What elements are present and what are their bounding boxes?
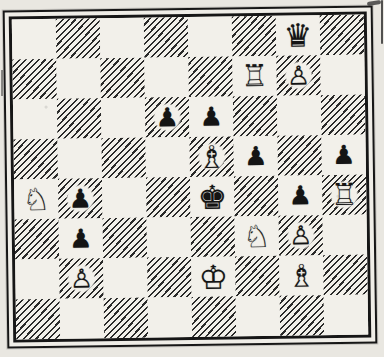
square-f1 [236, 296, 281, 337]
square-d1 [148, 297, 193, 338]
square-e3 [191, 216, 236, 257]
square-e8 [188, 16, 233, 57]
square-a7 [12, 59, 57, 100]
square-e6: ♟ [189, 96, 234, 137]
white-bishop: ♗ [282, 256, 321, 295]
square-b4: ♟ [58, 178, 103, 219]
black-pawn: ♟ [281, 176, 320, 215]
square-d5 [145, 137, 190, 178]
square-f4 [234, 176, 279, 217]
square-h4: ♖ [322, 175, 367, 216]
square-b8 [56, 18, 101, 59]
scanned-page: ♛♖♙♟♟♗♟♟♘♟♚♟♖♟♘♙♙♔♗ [0, 0, 384, 357]
square-b3: ♟ [59, 218, 104, 259]
square-a4: ♘ [14, 179, 59, 220]
square-b5 [57, 138, 102, 179]
square-c1 [104, 298, 149, 339]
white-pawn: ♙ [279, 56, 318, 95]
square-b1 [60, 298, 105, 339]
square-g2: ♗ [279, 255, 324, 296]
square-c7 [100, 58, 145, 99]
square-h3 [323, 215, 368, 256]
square-c8 [100, 18, 145, 59]
scan-artifact [381, 0, 383, 44]
square-b2: ♙ [59, 258, 104, 299]
square-f7: ♖ [232, 56, 277, 97]
square-g7: ♙ [276, 55, 321, 96]
square-c4 [102, 178, 147, 219]
square-a5 [13, 139, 58, 180]
black-pawn: ♟ [62, 219, 101, 258]
square-h6 [321, 95, 366, 136]
square-e5: ♗ [189, 136, 234, 177]
square-d3 [147, 217, 192, 258]
square-c6 [101, 98, 146, 139]
square-a2 [15, 259, 60, 300]
square-a1 [16, 299, 61, 340]
square-d2 [147, 257, 192, 298]
chess-diagram-frame: ♛♖♙♟♟♗♟♟♘♟♚♟♖♟♘♙♙♔♗ [3, 5, 378, 348]
square-c2 [103, 258, 148, 299]
white-rook: ♖ [325, 176, 364, 215]
square-a3 [15, 219, 60, 260]
square-e7 [188, 56, 233, 97]
square-g3: ♙ [279, 215, 324, 256]
black-pawn: ♟ [61, 179, 100, 218]
square-h5: ♟ [321, 135, 366, 176]
square-b7 [56, 58, 101, 99]
white-king: ♔ [194, 257, 233, 296]
white-knight: ♘ [17, 180, 56, 219]
square-b6 [57, 98, 102, 139]
white-pawn: ♙ [282, 216, 321, 255]
square-a8 [12, 19, 57, 60]
square-g4: ♟ [278, 175, 323, 216]
white-knight: ♘ [238, 217, 277, 256]
square-h1 [324, 295, 369, 336]
square-h7 [320, 55, 365, 96]
black-king: ♚ [193, 177, 232, 216]
square-f6 [233, 96, 278, 137]
square-h2 [323, 255, 368, 296]
white-bishop: ♗ [192, 137, 231, 176]
square-f8 [232, 16, 277, 57]
black-pawn: ♟ [324, 136, 363, 175]
square-g6 [277, 95, 322, 136]
black-pawn: ♟ [148, 98, 187, 137]
square-d6: ♟ [145, 97, 190, 138]
square-h8 [320, 15, 365, 56]
square-d8 [144, 17, 189, 58]
black-pawn: ♟ [236, 137, 275, 176]
square-g1 [280, 295, 325, 336]
square-e4: ♚ [190, 176, 235, 217]
square-c5 [101, 138, 146, 179]
black-queen: ♛ [279, 16, 318, 55]
square-f5: ♟ [233, 136, 278, 177]
black-pawn: ♟ [192, 97, 231, 136]
square-c3 [103, 218, 148, 259]
square-a6 [13, 99, 58, 140]
square-d4 [146, 177, 191, 218]
square-d7 [144, 57, 189, 98]
square-e2: ♔ [191, 256, 236, 297]
square-f2 [235, 256, 280, 297]
square-g8: ♛ [276, 15, 321, 56]
white-rook: ♖ [235, 57, 274, 96]
square-f3: ♘ [235, 216, 280, 257]
square-g5 [277, 135, 322, 176]
chess-board: ♛♖♙♟♟♗♟♟♘♟♚♟♖♟♘♙♙♔♗ [9, 12, 372, 343]
square-e1 [192, 296, 237, 337]
white-pawn: ♙ [62, 259, 101, 298]
